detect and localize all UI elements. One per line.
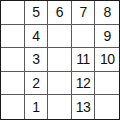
- cell-r5c1[interactable]: [1, 95, 25, 119]
- cell-r2c4[interactable]: [72, 25, 96, 49]
- cell-r1c3[interactable]: 6: [48, 1, 72, 25]
- cell-r1c1[interactable]: [1, 1, 25, 25]
- cell-r5c5[interactable]: [95, 95, 119, 119]
- cell-r4c4[interactable]: 12: [72, 72, 96, 96]
- cell-r5c2[interactable]: 1: [25, 95, 49, 119]
- cell-r4c5[interactable]: [95, 72, 119, 96]
- cell-r5c4[interactable]: 13: [72, 95, 96, 119]
- cell-r3c4[interactable]: 11: [72, 48, 96, 72]
- cell-r3c2[interactable]: 3: [25, 48, 49, 72]
- cell-r1c2[interactable]: 5: [25, 1, 49, 25]
- cell-r1c4[interactable]: 7: [72, 1, 96, 25]
- cell-r2c2[interactable]: 4: [25, 25, 49, 49]
- cell-r2c3[interactable]: [48, 25, 72, 49]
- cell-r1c5[interactable]: 8: [95, 1, 119, 25]
- cell-r3c3[interactable]: [48, 48, 72, 72]
- cell-r2c5[interactable]: 9: [95, 25, 119, 49]
- cell-r4c3[interactable]: [48, 72, 72, 96]
- cell-r3c5[interactable]: 10: [95, 48, 119, 72]
- cell-r4c2[interactable]: 2: [25, 72, 49, 96]
- cell-r4c1[interactable]: [1, 72, 25, 96]
- cell-r5c3[interactable]: [48, 95, 72, 119]
- cell-r2c1[interactable]: [1, 25, 25, 49]
- cell-r3c1[interactable]: [1, 48, 25, 72]
- puzzle-board: 5 6 7 8 4 9 3 11 10 2 12 1 13: [0, 0, 120, 120]
